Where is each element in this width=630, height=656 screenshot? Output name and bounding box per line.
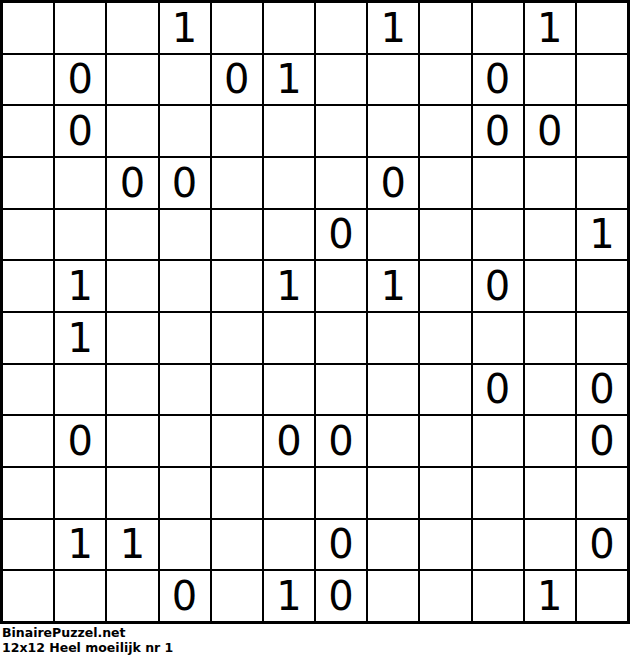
cell-r1c3[interactable]	[107, 3, 157, 53]
cell-r9c10[interactable]	[473, 416, 523, 466]
cell-r9c5[interactable]	[212, 416, 262, 466]
cell-r11c2[interactable]: 1	[55, 520, 105, 570]
cell-r3c10[interactable]: 0	[473, 106, 523, 156]
cell-r9c3[interactable]	[107, 416, 157, 466]
cell-r11c9[interactable]	[420, 520, 470, 570]
cell-r12c6[interactable]: 1	[264, 571, 314, 621]
cell-r4c11[interactable]	[525, 158, 575, 208]
cell-r12c9[interactable]	[420, 571, 470, 621]
cell-r5c7[interactable]: 0	[316, 210, 366, 260]
cell-r6c10[interactable]: 0	[473, 261, 523, 311]
cell-r11c11[interactable]	[525, 520, 575, 570]
cell-r1c11[interactable]: 1	[525, 3, 575, 53]
cell-r7c2[interactable]: 1	[55, 313, 105, 363]
cell-r2c5[interactable]: 0	[212, 55, 262, 105]
cell-r5c4[interactable]	[160, 210, 210, 260]
cell-r9c6[interactable]: 0	[264, 416, 314, 466]
cell-r7c12[interactable]	[577, 313, 627, 363]
cell-r2c1[interactable]	[3, 55, 53, 105]
cell-r8c1[interactable]	[3, 365, 53, 415]
cell-r7c11[interactable]	[525, 313, 575, 363]
cell-r2c10[interactable]: 0	[473, 55, 523, 105]
cell-r11c3[interactable]: 1	[107, 520, 157, 570]
cell-r5c2[interactable]	[55, 210, 105, 260]
cell-r8c8[interactable]	[368, 365, 418, 415]
cell-r12c3[interactable]	[107, 571, 157, 621]
cell-r10c10[interactable]	[473, 468, 523, 518]
cell-r2c2[interactable]: 0	[55, 55, 105, 105]
footer: BinairePuzzel.net 12x12 Heel moeilijk nr…	[0, 624, 630, 655]
cell-r1c1[interactable]	[3, 3, 53, 53]
cell-r6c4[interactable]	[160, 261, 210, 311]
cell-r12c2[interactable]	[55, 571, 105, 621]
cell-r6c9[interactable]	[420, 261, 470, 311]
site-name: BinairePuzzel.net	[2, 626, 628, 641]
cell-r7c1[interactable]	[3, 313, 53, 363]
cell-r10c6[interactable]	[264, 468, 314, 518]
cell-r7c3[interactable]	[107, 313, 157, 363]
cell-r8c10[interactable]: 0	[473, 365, 523, 415]
cell-r2c8[interactable]	[368, 55, 418, 105]
cell-r3c5[interactable]	[212, 106, 262, 156]
cell-r5c11[interactable]	[525, 210, 575, 260]
cell-r11c12[interactable]: 0	[577, 520, 627, 570]
cell-r7c5[interactable]	[212, 313, 262, 363]
cell-r5c12[interactable]: 1	[577, 210, 627, 260]
cell-r5c9[interactable]	[420, 210, 470, 260]
cell-r8c6[interactable]	[264, 365, 314, 415]
cell-r1c7[interactable]	[316, 3, 366, 53]
cell-r4c8[interactable]: 0	[368, 158, 418, 208]
puzzle-title: 12x12 Heel moeilijk nr 1	[2, 641, 628, 656]
cell-r3c6[interactable]	[264, 106, 314, 156]
cell-r1c8[interactable]: 1	[368, 3, 418, 53]
cell-r12c1[interactable]	[3, 571, 53, 621]
cell-r3c7[interactable]	[316, 106, 366, 156]
cell-r11c4[interactable]	[160, 520, 210, 570]
cell-r12c8[interactable]	[368, 571, 418, 621]
cell-r2c11[interactable]	[525, 55, 575, 105]
cell-r10c11[interactable]	[525, 468, 575, 518]
cell-r6c6[interactable]: 1	[264, 261, 314, 311]
cell-r3c3[interactable]	[107, 106, 157, 156]
cell-r11c8[interactable]	[368, 520, 418, 570]
cell-r12c12[interactable]	[577, 571, 627, 621]
cell-r7c7[interactable]	[316, 313, 366, 363]
cell-r11c6[interactable]	[264, 520, 314, 570]
cell-r6c3[interactable]	[107, 261, 157, 311]
cell-r5c8[interactable]	[368, 210, 418, 260]
cell-r2c12[interactable]	[577, 55, 627, 105]
cell-r12c7[interactable]: 0	[316, 571, 366, 621]
cell-r9c8[interactable]	[368, 416, 418, 466]
cell-r7c10[interactable]	[473, 313, 523, 363]
cell-r8c3[interactable]	[107, 365, 157, 415]
cell-r3c4[interactable]	[160, 106, 210, 156]
cell-r9c7[interactable]: 0	[316, 416, 366, 466]
cell-r7c8[interactable]	[368, 313, 418, 363]
cell-r10c8[interactable]	[368, 468, 418, 518]
cell-r2c4[interactable]	[160, 55, 210, 105]
cell-r2c9[interactable]	[420, 55, 470, 105]
cell-r6c7[interactable]	[316, 261, 366, 311]
cell-r4c10[interactable]	[473, 158, 523, 208]
cell-r1c9[interactable]	[420, 3, 470, 53]
cell-r8c5[interactable]	[212, 365, 262, 415]
cell-r6c5[interactable]	[212, 261, 262, 311]
cell-r11c5[interactable]	[212, 520, 262, 570]
cell-r10c4[interactable]	[160, 468, 210, 518]
cell-r9c2[interactable]: 0	[55, 416, 105, 466]
cell-r1c2[interactable]	[55, 3, 105, 53]
cell-r11c10[interactable]	[473, 520, 523, 570]
cell-r12c4[interactable]: 0	[160, 571, 210, 621]
cell-r8c7[interactable]	[316, 365, 366, 415]
cell-r6c11[interactable]	[525, 261, 575, 311]
cell-r3c11[interactable]: 0	[525, 106, 575, 156]
cell-r10c12[interactable]	[577, 468, 627, 518]
cell-r9c12[interactable]: 0	[577, 416, 627, 466]
cell-r9c4[interactable]	[160, 416, 210, 466]
cell-r5c10[interactable]	[473, 210, 523, 260]
cell-r9c9[interactable]	[420, 416, 470, 466]
cell-r4c4[interactable]: 0	[160, 158, 210, 208]
cell-r12c5[interactable]	[212, 571, 262, 621]
cell-r4c7[interactable]	[316, 158, 366, 208]
cell-r7c9[interactable]	[420, 313, 470, 363]
cell-r10c9[interactable]	[420, 468, 470, 518]
cell-r6c12[interactable]	[577, 261, 627, 311]
cell-r4c3[interactable]: 0	[107, 158, 157, 208]
cell-r1c12[interactable]	[577, 3, 627, 53]
cell-r2c3[interactable]	[107, 55, 157, 105]
cell-r7c6[interactable]	[264, 313, 314, 363]
cell-r4c9[interactable]	[420, 158, 470, 208]
cell-r1c5[interactable]	[212, 3, 262, 53]
cell-r8c2[interactable]	[55, 365, 105, 415]
cell-r2c7[interactable]	[316, 55, 366, 105]
cell-r1c6[interactable]	[264, 3, 314, 53]
cell-r10c5[interactable]	[212, 468, 262, 518]
cell-r4c12[interactable]	[577, 158, 627, 208]
cell-r12c11[interactable]: 1	[525, 571, 575, 621]
cell-r10c2[interactable]	[55, 468, 105, 518]
cell-r12c10[interactable]	[473, 571, 523, 621]
cell-r5c3[interactable]	[107, 210, 157, 260]
cell-r6c2[interactable]: 1	[55, 261, 105, 311]
cell-r2c6[interactable]: 1	[264, 55, 314, 105]
binary-puzzle-board: 1110010000000011110100000011000101	[0, 0, 630, 624]
cell-r5c1[interactable]	[3, 210, 53, 260]
cell-r9c11[interactable]	[525, 416, 575, 466]
cell-r6c1[interactable]	[3, 261, 53, 311]
page: 1110010000000011110100000011000101 Binai…	[0, 0, 630, 656]
cell-r3c12[interactable]	[577, 106, 627, 156]
cell-r3c9[interactable]	[420, 106, 470, 156]
cell-r4c2[interactable]	[55, 158, 105, 208]
cell-r8c12[interactable]: 0	[577, 365, 627, 415]
cell-r1c10[interactable]	[473, 3, 523, 53]
cell-r8c4[interactable]	[160, 365, 210, 415]
cell-r11c7[interactable]: 0	[316, 520, 366, 570]
cell-r10c1[interactable]	[3, 468, 53, 518]
cell-r11c1[interactable]	[3, 520, 53, 570]
cell-r8c9[interactable]	[420, 365, 470, 415]
cell-r5c6[interactable]	[264, 210, 314, 260]
cell-r10c3[interactable]	[107, 468, 157, 518]
cell-r3c8[interactable]	[368, 106, 418, 156]
cell-r5c5[interactable]	[212, 210, 262, 260]
cell-r10c7[interactable]	[316, 468, 366, 518]
cell-r1c4[interactable]: 1	[160, 3, 210, 53]
cell-r4c1[interactable]	[3, 158, 53, 208]
cell-r3c1[interactable]	[3, 106, 53, 156]
cell-r4c5[interactable]	[212, 158, 262, 208]
cell-r9c1[interactable]	[3, 416, 53, 466]
cell-r7c4[interactable]	[160, 313, 210, 363]
cell-r8c11[interactable]	[525, 365, 575, 415]
cell-r6c8[interactable]: 1	[368, 261, 418, 311]
cell-r3c2[interactable]: 0	[55, 106, 105, 156]
cell-r4c6[interactable]	[264, 158, 314, 208]
